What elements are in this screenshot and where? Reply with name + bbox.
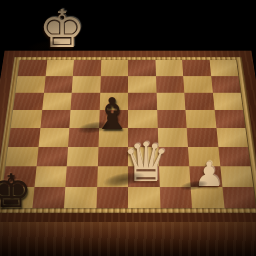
chess-scene: ♚♝♛♟♚ <box>0 0 256 256</box>
piece-black-king[interactable]: ♚ <box>0 168 32 214</box>
piece-layer: ♚♝♛♟♚ <box>0 0 256 256</box>
piece-white-queen[interactable]: ♛ <box>122 136 170 190</box>
piece-white-king[interactable]: ♚ <box>39 3 86 55</box>
piece-white-pawn[interactable]: ♟ <box>194 157 224 191</box>
piece-black-bishop[interactable]: ♝ <box>92 92 131 136</box>
